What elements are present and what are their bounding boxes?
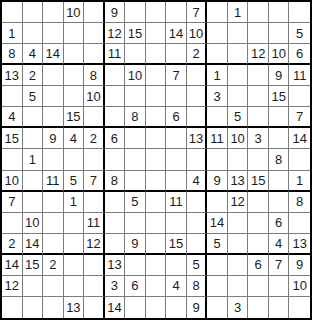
cell-r15c11[interactable] (207, 297, 228, 318)
cell-r13c14[interactable]: 7 (269, 255, 290, 276)
cell-r14c8[interactable] (146, 276, 167, 297)
cell-r5c9[interactable] (166, 86, 187, 107)
cell-r4c9[interactable]: 7 (166, 65, 187, 86)
cell-r14c15[interactable]: 10 (289, 276, 310, 297)
cell-r14c10[interactable]: 8 (187, 276, 208, 297)
cell-r10c12[interactable]: 12 (228, 192, 249, 213)
cell-r7c11[interactable]: 11 (207, 128, 228, 149)
cell-r14c2[interactable] (23, 276, 44, 297)
cell-r7c14[interactable] (269, 128, 290, 149)
cell-r14c7[interactable]: 6 (125, 276, 146, 297)
cell-r13c9[interactable] (166, 255, 187, 276)
cell-r10c6[interactable] (105, 192, 126, 213)
cell-r11c4[interactable] (64, 213, 85, 234)
cell-r1c4[interactable]: 10 (64, 2, 85, 23)
cell-r10c2[interactable] (23, 192, 44, 213)
cell-r15c1[interactable] (2, 297, 23, 318)
cell-r10c5[interactable] (84, 192, 105, 213)
cell-r12c9[interactable]: 15 (166, 234, 187, 255)
cell-r7c4[interactable]: 4 (64, 128, 85, 149)
cell-r15c13[interactable] (248, 297, 269, 318)
cell-r13c8[interactable] (146, 255, 167, 276)
cell-r9c8[interactable] (146, 171, 167, 192)
cell-r9c10[interactable]: 4 (187, 171, 208, 192)
cell-r15c14[interactable] (269, 297, 290, 318)
cell-r8c3[interactable] (43, 149, 64, 170)
cell-r9c11[interactable]: 9 (207, 171, 228, 192)
cell-r12c6[interactable] (105, 234, 126, 255)
cell-r3c6[interactable]: 11 (105, 44, 126, 65)
cell-r10c13[interactable] (248, 192, 269, 213)
cell-r5c7[interactable] (125, 86, 146, 107)
cell-r15c3[interactable] (43, 297, 64, 318)
cell-r3c7[interactable] (125, 44, 146, 65)
cell-r5c8[interactable] (146, 86, 167, 107)
cell-r4c8[interactable] (146, 65, 167, 86)
cell-r9c6[interactable]: 8 (105, 171, 126, 192)
cell-r5c3[interactable] (43, 86, 64, 107)
cell-r7c2[interactable] (23, 128, 44, 149)
cell-r7c7[interactable] (125, 128, 146, 149)
cell-r7c3[interactable]: 9 (43, 128, 64, 149)
cell-r7c13[interactable]: 3 (248, 128, 269, 149)
cell-r12c15[interactable]: 13 (289, 234, 310, 255)
cell-r5c1[interactable] (2, 86, 23, 107)
cell-r2c5[interactable] (84, 23, 105, 44)
cell-r4c5[interactable]: 8 (84, 65, 105, 86)
cell-r2c3[interactable] (43, 23, 64, 44)
cell-r6c11[interactable] (207, 107, 228, 128)
cell-r12c8[interactable] (146, 234, 167, 255)
cell-r14c3[interactable] (43, 276, 64, 297)
cell-r1c7[interactable] (125, 2, 146, 23)
cell-r1c1[interactable] (2, 2, 23, 23)
cell-r4c10[interactable] (187, 65, 208, 86)
cell-r11c7[interactable] (125, 213, 146, 234)
cell-r11c10[interactable] (187, 213, 208, 234)
cell-r5c15[interactable] (289, 86, 310, 107)
cell-r6c14[interactable] (269, 107, 290, 128)
cell-r9c4[interactable]: 5 (64, 171, 85, 192)
cell-r8c13[interactable] (248, 149, 269, 170)
cell-r4c13[interactable] (248, 65, 269, 86)
cell-r8c9[interactable] (166, 149, 187, 170)
cell-r13c11[interactable] (207, 255, 228, 276)
cell-r14c11[interactable] (207, 276, 228, 297)
cell-r15c9[interactable] (166, 297, 187, 318)
cell-r6c5[interactable] (84, 107, 105, 128)
cell-r3c1[interactable]: 8 (2, 44, 23, 65)
cell-r2c12[interactable] (228, 23, 249, 44)
cell-r3c9[interactable] (166, 44, 187, 65)
cell-r10c8[interactable] (146, 192, 167, 213)
cell-r7c10[interactable]: 13 (187, 128, 208, 149)
cell-r8c2[interactable]: 1 (23, 149, 44, 170)
cell-r12c2[interactable]: 14 (23, 234, 44, 255)
cell-r8c14[interactable]: 8 (269, 149, 290, 170)
cell-r2c7[interactable]: 15 (125, 23, 146, 44)
cell-r3c11[interactable] (207, 44, 228, 65)
cell-r5c4[interactable] (64, 86, 85, 107)
cell-r9c7[interactable] (125, 171, 146, 192)
cell-r11c6[interactable] (105, 213, 126, 234)
cell-r4c6[interactable] (105, 65, 126, 86)
cell-r15c2[interactable] (23, 297, 44, 318)
cell-r3c14[interactable]: 10 (269, 44, 290, 65)
cell-r7c6[interactable]: 6 (105, 128, 126, 149)
cell-r4c4[interactable] (64, 65, 85, 86)
cell-r12c7[interactable]: 9 (125, 234, 146, 255)
cell-r13c7[interactable] (125, 255, 146, 276)
cell-r3c3[interactable]: 14 (43, 44, 64, 65)
cell-r5c14[interactable]: 15 (269, 86, 290, 107)
cell-r11c2[interactable]: 10 (23, 213, 44, 234)
cell-r12c13[interactable] (248, 234, 269, 255)
cell-r7c9[interactable] (166, 128, 187, 149)
cell-r4c2[interactable]: 2 (23, 65, 44, 86)
cell-r10c10[interactable] (187, 192, 208, 213)
cell-r9c9[interactable] (166, 171, 187, 192)
cell-r3c12[interactable] (228, 44, 249, 65)
cell-r13c5[interactable] (84, 255, 105, 276)
cell-r8c10[interactable] (187, 149, 208, 170)
cell-r5c6[interactable] (105, 86, 126, 107)
cell-r6c1[interactable]: 4 (2, 107, 23, 128)
cell-r11c3[interactable] (43, 213, 64, 234)
cell-r14c1[interactable]: 12 (2, 276, 23, 297)
cell-r2c15[interactable]: 5 (289, 23, 310, 44)
cell-r11c9[interactable] (166, 213, 187, 234)
cell-r11c14[interactable]: 6 (269, 213, 290, 234)
cell-r15c10[interactable]: 9 (187, 297, 208, 318)
cell-r15c12[interactable]: 3 (228, 297, 249, 318)
cell-r10c4[interactable]: 1 (64, 192, 85, 213)
cell-r1c2[interactable] (23, 2, 44, 23)
cell-r3c5[interactable] (84, 44, 105, 65)
cell-r9c12[interactable]: 13 (228, 171, 249, 192)
cell-r2c13[interactable] (248, 23, 269, 44)
cell-r8c8[interactable] (146, 149, 167, 170)
cell-r4c1[interactable]: 13 (2, 65, 23, 86)
sudoku-board: 1097111215141058414112121061328107191151… (0, 0, 312, 320)
cell-r10c7[interactable]: 5 (125, 192, 146, 213)
cell-r3c2[interactable]: 4 (23, 44, 44, 65)
cell-r12c4[interactable] (64, 234, 85, 255)
cell-r7c15[interactable]: 14 (289, 128, 310, 149)
cell-r8c6[interactable] (105, 149, 126, 170)
cell-r14c6[interactable]: 3 (105, 276, 126, 297)
cell-r5c11[interactable]: 3 (207, 86, 228, 107)
cell-r6c6[interactable] (105, 107, 126, 128)
cell-r4c7[interactable]: 10 (125, 65, 146, 86)
cell-r10c15[interactable]: 8 (289, 192, 310, 213)
cell-r4c15[interactable]: 11 (289, 65, 310, 86)
cell-r8c7[interactable] (125, 149, 146, 170)
cell-r10c3[interactable] (43, 192, 64, 213)
cell-r14c14[interactable] (269, 276, 290, 297)
cell-r13c2[interactable]: 15 (23, 255, 44, 276)
cell-r15c6[interactable]: 14 (105, 297, 126, 318)
cell-r14c9[interactable]: 4 (166, 276, 187, 297)
cell-r3c8[interactable] (146, 44, 167, 65)
cell-r15c7[interactable] (125, 297, 146, 318)
cell-r9c14[interactable] (269, 171, 290, 192)
cell-r9c3[interactable]: 11 (43, 171, 64, 192)
cell-r15c5[interactable] (84, 297, 105, 318)
cell-r1c13[interactable] (248, 2, 269, 23)
cell-r13c6[interactable]: 13 (105, 255, 126, 276)
cell-r10c11[interactable] (207, 192, 228, 213)
cell-r9c5[interactable]: 7 (84, 171, 105, 192)
cell-r2c9[interactable]: 14 (166, 23, 187, 44)
cell-r1c3[interactable] (43, 2, 64, 23)
cell-r7c1[interactable]: 15 (2, 128, 23, 149)
cell-r3c13[interactable]: 12 (248, 44, 269, 65)
cell-r4c12[interactable] (228, 65, 249, 86)
cell-r13c3[interactable]: 2 (43, 255, 64, 276)
cell-r4c11[interactable]: 1 (207, 65, 228, 86)
cell-r6c7[interactable]: 8 (125, 107, 146, 128)
cell-r7c5[interactable]: 2 (84, 128, 105, 149)
cell-r3c4[interactable] (64, 44, 85, 65)
cell-r3c15[interactable]: 6 (289, 44, 310, 65)
cell-r8c12[interactable] (228, 149, 249, 170)
cell-r12c5[interactable]: 12 (84, 234, 105, 255)
cell-r7c12[interactable]: 10 (228, 128, 249, 149)
cell-r2c10[interactable]: 10 (187, 23, 208, 44)
cell-r6c15[interactable]: 7 (289, 107, 310, 128)
cell-r11c5[interactable]: 11 (84, 213, 105, 234)
cell-r14c13[interactable] (248, 276, 269, 297)
cell-r6c13[interactable] (248, 107, 269, 128)
cell-r11c13[interactable] (248, 213, 269, 234)
cell-r3c10[interactable]: 2 (187, 44, 208, 65)
cell-r6c2[interactable] (23, 107, 44, 128)
cell-r11c1[interactable] (2, 213, 23, 234)
cell-r11c12[interactable] (228, 213, 249, 234)
cell-r1c12[interactable]: 1 (228, 2, 249, 23)
cell-r7c8[interactable] (146, 128, 167, 149)
cell-r13c10[interactable]: 5 (187, 255, 208, 276)
cell-r15c15[interactable] (289, 297, 310, 318)
cell-r10c14[interactable] (269, 192, 290, 213)
cell-r8c15[interactable] (289, 149, 310, 170)
cell-r1c15[interactable] (289, 2, 310, 23)
cell-r9c2[interactable] (23, 171, 44, 192)
cell-r2c8[interactable] (146, 23, 167, 44)
cell-r8c4[interactable] (64, 149, 85, 170)
cell-r2c6[interactable]: 12 (105, 23, 126, 44)
cell-r1c11[interactable] (207, 2, 228, 23)
sudoku-page: 1097111215141058414112121061328107191151… (0, 0, 312, 320)
cell-r13c1[interactable]: 14 (2, 255, 23, 276)
cell-r2c1[interactable]: 1 (2, 23, 23, 44)
cell-r12c14[interactable]: 4 (269, 234, 290, 255)
cell-r12c1[interactable]: 2 (2, 234, 23, 255)
cell-r11c11[interactable]: 14 (207, 213, 228, 234)
cell-r5c12[interactable] (228, 86, 249, 107)
cell-r8c5[interactable] (84, 149, 105, 170)
cell-r13c13[interactable]: 6 (248, 255, 269, 276)
cell-r14c5[interactable] (84, 276, 105, 297)
cell-r6c9[interactable]: 6 (166, 107, 187, 128)
cell-r11c8[interactable] (146, 213, 167, 234)
cell-r1c14[interactable] (269, 2, 290, 23)
cell-r10c9[interactable]: 11 (166, 192, 187, 213)
cell-r8c11[interactable] (207, 149, 228, 170)
cell-r9c13[interactable]: 15 (248, 171, 269, 192)
cell-r15c8[interactable] (146, 297, 167, 318)
cell-r6c8[interactable] (146, 107, 167, 128)
cell-r12c10[interactable] (187, 234, 208, 255)
cell-r1c8[interactable] (146, 2, 167, 23)
cell-r9c15[interactable]: 1 (289, 171, 310, 192)
cell-r10c1[interactable]: 7 (2, 192, 23, 213)
cell-r15c4[interactable]: 13 (64, 297, 85, 318)
cell-r6c10[interactable] (187, 107, 208, 128)
cell-r2c2[interactable] (23, 23, 44, 44)
cell-r5c13[interactable] (248, 86, 269, 107)
cell-r6c3[interactable] (43, 107, 64, 128)
cell-r12c3[interactable] (43, 234, 64, 255)
cell-r13c15[interactable]: 9 (289, 255, 310, 276)
cell-r1c9[interactable] (166, 2, 187, 23)
cell-r1c6[interactable]: 9 (105, 2, 126, 23)
cell-r9c1[interactable]: 10 (2, 171, 23, 192)
cell-r5c10[interactable] (187, 86, 208, 107)
cell-r6c12[interactable]: 5 (228, 107, 249, 128)
cell-r5c5[interactable]: 10 (84, 86, 105, 107)
cell-r2c4[interactable] (64, 23, 85, 44)
cell-r2c11[interactable] (207, 23, 228, 44)
cell-r14c4[interactable] (64, 276, 85, 297)
cell-r2c14[interactable] (269, 23, 290, 44)
cell-r12c12[interactable] (228, 234, 249, 255)
cell-r14c12[interactable] (228, 276, 249, 297)
cell-r13c4[interactable] (64, 255, 85, 276)
cell-r1c10[interactable]: 7 (187, 2, 208, 23)
cell-r8c1[interactable] (2, 149, 23, 170)
cell-r11c15[interactable] (289, 213, 310, 234)
cell-r12c11[interactable]: 5 (207, 234, 228, 255)
cell-r6c4[interactable]: 15 (64, 107, 85, 128)
cell-r4c3[interactable] (43, 65, 64, 86)
cell-r1c5[interactable] (84, 2, 105, 23)
cell-r13c12[interactable] (228, 255, 249, 276)
cell-r4c14[interactable]: 9 (269, 65, 290, 86)
cell-r5c2[interactable]: 5 (23, 86, 44, 107)
